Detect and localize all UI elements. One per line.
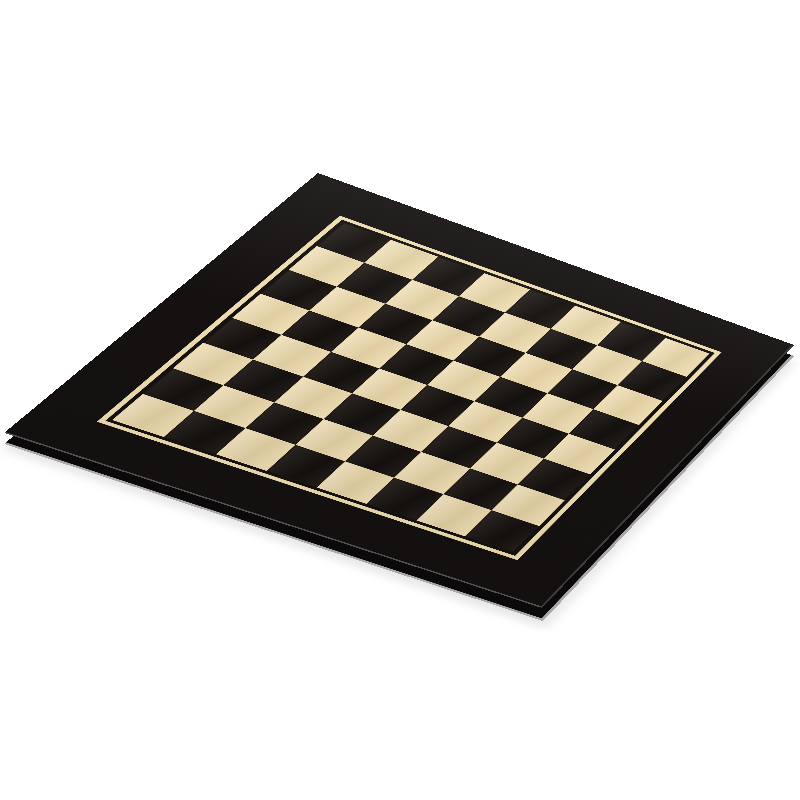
scene xyxy=(0,0,800,800)
chess-board xyxy=(4,173,794,608)
